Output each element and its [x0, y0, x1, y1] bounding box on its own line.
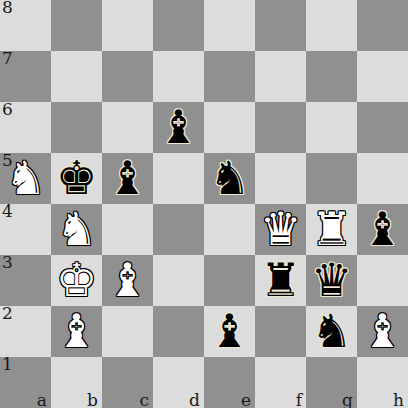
square-c2[interactable] [102, 306, 153, 357]
square-d5[interactable] [153, 153, 204, 204]
piece-black-rook[interactable]: ♜ [255, 255, 306, 306]
square-e3[interactable] [204, 255, 255, 306]
square-d3[interactable] [153, 255, 204, 306]
piece-black-knight[interactable]: ♞ [306, 306, 357, 357]
square-f7[interactable] [255, 51, 306, 102]
square-e1[interactable]: e [204, 357, 255, 408]
square-g5[interactable] [306, 153, 357, 204]
square-a4[interactable]: 4 [0, 204, 51, 255]
square-e6[interactable] [204, 102, 255, 153]
square-g1[interactable]: g [306, 357, 357, 408]
rank-label-6: 6 [2, 100, 13, 119]
square-f3[interactable]: ♜ [255, 255, 306, 306]
file-label-e: e [241, 392, 251, 408]
file-label-h: h [393, 392, 404, 408]
square-c6[interactable] [102, 102, 153, 153]
square-b5[interactable]: ♚ [51, 153, 102, 204]
file-label-b: b [87, 392, 98, 408]
piece-white-bishop[interactable]: ♝ [102, 255, 153, 306]
square-b7[interactable] [51, 51, 102, 102]
square-e2[interactable]: ♝ [204, 306, 255, 357]
rank-label-4: 4 [2, 202, 13, 221]
square-a6[interactable]: 6 [0, 102, 51, 153]
piece-black-knight[interactable]: ♞ [204, 153, 255, 204]
piece-black-bishop[interactable]: ♝ [204, 306, 255, 357]
square-h2[interactable]: ♝ [357, 306, 408, 357]
square-c4[interactable] [102, 204, 153, 255]
square-b1[interactable]: b [51, 357, 102, 408]
piece-black-bishop[interactable]: ♝ [153, 102, 204, 153]
square-d8[interactable] [153, 0, 204, 51]
piece-black-king[interactable]: ♚ [51, 153, 102, 204]
square-e5[interactable]: ♞ [204, 153, 255, 204]
square-b3[interactable]: ♚ [51, 255, 102, 306]
square-a8[interactable]: 8 [0, 0, 51, 51]
square-b8[interactable] [51, 0, 102, 51]
piece-white-knight[interactable]: ♞ [51, 204, 102, 255]
square-a2[interactable]: 2 [0, 306, 51, 357]
piece-white-rook[interactable]: ♜ [306, 204, 357, 255]
piece-black-queen[interactable]: ♛ [306, 255, 357, 306]
rank-label-8: 8 [2, 0, 13, 17]
square-b4[interactable]: ♞ [51, 204, 102, 255]
square-h3[interactable] [357, 255, 408, 306]
square-h4[interactable]: ♝ [357, 204, 408, 255]
square-g7[interactable] [306, 51, 357, 102]
square-h8[interactable] [357, 0, 408, 51]
square-a7[interactable]: 7 [0, 51, 51, 102]
square-c3[interactable]: ♝ [102, 255, 153, 306]
rank-label-1: 1 [2, 355, 13, 374]
square-h1[interactable]: h [357, 357, 408, 408]
piece-white-queen[interactable]: ♛ [255, 204, 306, 255]
file-label-a: a [37, 392, 47, 408]
square-d2[interactable] [153, 306, 204, 357]
square-a1[interactable]: 1a [0, 357, 51, 408]
square-d6[interactable]: ♝ [153, 102, 204, 153]
piece-white-bishop[interactable]: ♝ [51, 306, 102, 357]
square-g4[interactable]: ♜ [306, 204, 357, 255]
square-c5[interactable]: ♝ [102, 153, 153, 204]
square-c7[interactable] [102, 51, 153, 102]
rank-label-7: 7 [2, 49, 13, 68]
square-a5[interactable]: 5♞ [0, 153, 51, 204]
square-h5[interactable] [357, 153, 408, 204]
square-f1[interactable]: f [255, 357, 306, 408]
square-d4[interactable] [153, 204, 204, 255]
square-e8[interactable] [204, 0, 255, 51]
square-g3[interactable]: ♛ [306, 255, 357, 306]
square-b2[interactable]: ♝ [51, 306, 102, 357]
chess-board: 876♝5♞♚♝♞4♞♛♜♝3♚♝♜♛2♝♝♞♝1abcdefgh [0, 0, 408, 408]
square-f8[interactable] [255, 0, 306, 51]
square-d1[interactable]: d [153, 357, 204, 408]
square-a3[interactable]: 3 [0, 255, 51, 306]
file-label-d: d [189, 392, 200, 408]
square-g8[interactable] [306, 0, 357, 51]
piece-white-king[interactable]: ♚ [51, 255, 102, 306]
piece-black-bishop[interactable]: ♝ [102, 153, 153, 204]
rank-label-3: 3 [2, 253, 13, 272]
rank-label-5: 5 [2, 151, 13, 170]
file-label-c: c [139, 392, 149, 408]
square-f6[interactable] [255, 102, 306, 153]
square-e7[interactable] [204, 51, 255, 102]
square-f5[interactable] [255, 153, 306, 204]
piece-white-bishop[interactable]: ♝ [357, 306, 408, 357]
square-g2[interactable]: ♞ [306, 306, 357, 357]
square-c1[interactable]: c [102, 357, 153, 408]
rank-label-2: 2 [2, 304, 13, 323]
square-c8[interactable] [102, 0, 153, 51]
square-f4[interactable]: ♛ [255, 204, 306, 255]
piece-black-bishop[interactable]: ♝ [357, 204, 408, 255]
file-label-f: f [296, 392, 302, 408]
square-b6[interactable] [51, 102, 102, 153]
file-label-g: g [342, 392, 353, 408]
square-e4[interactable] [204, 204, 255, 255]
square-g6[interactable] [306, 102, 357, 153]
square-h6[interactable] [357, 102, 408, 153]
square-h7[interactable] [357, 51, 408, 102]
square-f2[interactable] [255, 306, 306, 357]
square-d7[interactable] [153, 51, 204, 102]
